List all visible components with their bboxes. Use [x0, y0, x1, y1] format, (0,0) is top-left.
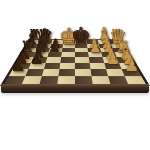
chess-set-photo: ♚♚♜♞♝♛♟♞♟♜♟♟♟♝♟♟♟♜♝♛♞♟♟♟♟♟♜♟♝♟♞♟: [0, 0, 150, 150]
chess-board: [0, 39, 150, 86]
square-d2: [58, 69, 75, 76]
square-e2: [75, 69, 92, 76]
square-c2: [42, 69, 60, 76]
square-h2: [122, 69, 142, 76]
board-front-edge: [1, 84, 149, 93]
